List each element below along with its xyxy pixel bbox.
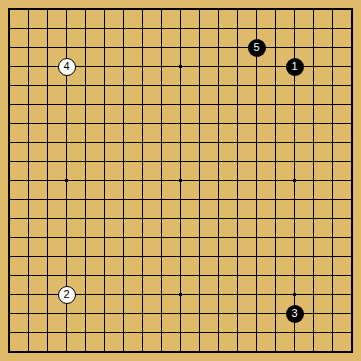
go-board: 12345 xyxy=(0,0,361,361)
stone-black-move-1[interactable]: 1 xyxy=(286,58,304,76)
star-point xyxy=(293,293,296,296)
stone-white-move-4[interactable]: 4 xyxy=(58,58,76,76)
star-point xyxy=(179,179,182,182)
board-grid[interactable]: 12345 xyxy=(0,0,361,361)
stone-white-move-2[interactable]: 2 xyxy=(58,286,76,304)
stone-black-move-3[interactable]: 3 xyxy=(286,305,304,323)
star-point xyxy=(179,293,182,296)
stone-black-move-5[interactable]: 5 xyxy=(248,39,266,57)
star-point xyxy=(65,179,68,182)
star-point xyxy=(293,179,296,182)
star-point xyxy=(179,65,182,68)
